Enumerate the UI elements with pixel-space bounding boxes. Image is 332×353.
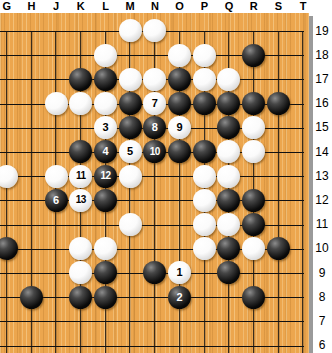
stone-black-P16 bbox=[193, 92, 216, 115]
stone-white-L16 bbox=[94, 92, 117, 115]
stone-black-J12: 6 bbox=[45, 189, 68, 212]
stone-white-P11 bbox=[193, 213, 216, 236]
stone-black-R12 bbox=[242, 189, 265, 212]
column-label-M: M bbox=[121, 0, 139, 12]
stone-move-number: 8 bbox=[152, 122, 158, 133]
stone-white-N16: 7 bbox=[143, 92, 166, 115]
stone-black-K14 bbox=[69, 140, 92, 163]
stone-black-L8 bbox=[94, 286, 117, 309]
stone-black-L13: 12 bbox=[94, 165, 117, 188]
stone-black-Q10 bbox=[217, 237, 240, 260]
stone-black-O17 bbox=[168, 68, 191, 91]
stone-black-R18 bbox=[242, 44, 265, 67]
column-label-K: K bbox=[72, 0, 90, 12]
stone-black-Q15 bbox=[217, 116, 240, 139]
stone-black-K8 bbox=[69, 286, 92, 309]
stone-move-number: 10 bbox=[150, 147, 160, 157]
stone-move-number: 13 bbox=[76, 195, 86, 205]
stone-white-M17 bbox=[119, 68, 142, 91]
column-label-N: N bbox=[146, 0, 164, 12]
stone-black-Q9 bbox=[217, 261, 240, 284]
stone-white-M14: 5 bbox=[119, 140, 142, 163]
stone-black-Q12 bbox=[217, 189, 240, 212]
stone-black-L9 bbox=[94, 261, 117, 284]
stone-move-number: 1 bbox=[176, 267, 182, 278]
stone-black-R16 bbox=[242, 92, 265, 115]
go-diagram: GHJKLMNOPQRST 191817161514131211109876 7… bbox=[0, 0, 332, 353]
stone-white-P13 bbox=[193, 165, 216, 188]
column-label-Q: Q bbox=[220, 0, 238, 12]
stone-black-R11 bbox=[242, 213, 265, 236]
stone-white-P18 bbox=[193, 44, 216, 67]
stone-white-L18 bbox=[94, 44, 117, 67]
stone-move-number: 9 bbox=[176, 122, 182, 133]
stone-white-R14 bbox=[242, 140, 265, 163]
stone-move-number: 12 bbox=[100, 171, 110, 181]
stone-white-J13 bbox=[45, 165, 68, 188]
stone-move-number: 5 bbox=[127, 146, 133, 157]
stone-black-L14: 4 bbox=[94, 140, 117, 163]
stone-white-O15: 9 bbox=[168, 116, 191, 139]
stone-white-R15 bbox=[242, 116, 265, 139]
stone-white-R10 bbox=[242, 237, 265, 260]
stone-move-number: 6 bbox=[53, 195, 59, 206]
stone-black-L17 bbox=[94, 68, 117, 91]
stone-white-Q17 bbox=[217, 68, 240, 91]
stone-black-N15: 8 bbox=[143, 116, 166, 139]
stone-white-P17 bbox=[193, 68, 216, 91]
stone-black-R8 bbox=[242, 286, 265, 309]
stone-white-K9 bbox=[69, 261, 92, 284]
stone-layer: 73894510111261312 bbox=[0, 19, 315, 353]
stone-black-O8: 2 bbox=[168, 286, 191, 309]
stone-white-M19 bbox=[119, 19, 142, 42]
column-label-R: R bbox=[245, 0, 263, 12]
stone-move-number: 4 bbox=[102, 146, 108, 157]
column-label-H: H bbox=[22, 0, 40, 12]
stone-black-N14: 10 bbox=[143, 140, 166, 163]
stone-white-Q11 bbox=[217, 213, 240, 236]
stone-white-K12: 13 bbox=[69, 189, 92, 212]
stone-white-Q14 bbox=[217, 140, 240, 163]
stone-white-M11 bbox=[119, 213, 142, 236]
stone-move-number: 7 bbox=[152, 98, 158, 109]
stone-white-N19 bbox=[143, 19, 166, 42]
stone-black-L12 bbox=[94, 189, 117, 212]
stone-move-number: 2 bbox=[176, 292, 182, 303]
stone-white-L15: 3 bbox=[94, 116, 117, 139]
stone-white-K13: 11 bbox=[69, 165, 92, 188]
column-label-O: O bbox=[171, 0, 189, 12]
stone-white-J16 bbox=[45, 92, 68, 115]
stone-black-M15 bbox=[119, 116, 142, 139]
stone-white-G13 bbox=[0, 165, 18, 188]
stone-black-H8 bbox=[20, 286, 43, 309]
stone-white-P12 bbox=[193, 189, 216, 212]
stone-move-number: 11 bbox=[76, 171, 86, 181]
stone-black-Q16 bbox=[217, 92, 240, 115]
column-label-L: L bbox=[97, 0, 115, 12]
stone-black-N9 bbox=[143, 261, 166, 284]
stone-white-P10 bbox=[193, 237, 216, 260]
column-label-P: P bbox=[195, 0, 213, 12]
stone-black-S16 bbox=[267, 92, 290, 115]
stone-white-O9: 1 bbox=[168, 261, 191, 284]
stone-white-K10 bbox=[69, 237, 92, 260]
stone-white-N17 bbox=[143, 68, 166, 91]
stone-move-number: 3 bbox=[102, 122, 108, 133]
stone-white-Q13 bbox=[217, 165, 240, 188]
stone-white-K16 bbox=[69, 92, 92, 115]
stone-black-P14 bbox=[193, 140, 216, 163]
stone-black-G10 bbox=[0, 237, 18, 260]
column-label-G: G bbox=[0, 0, 16, 12]
stone-white-M13 bbox=[119, 165, 142, 188]
column-label-T: T bbox=[294, 0, 312, 12]
column-label-S: S bbox=[269, 0, 287, 12]
stone-white-L10 bbox=[94, 237, 117, 260]
stone-white-O18 bbox=[168, 44, 191, 67]
stone-black-K17 bbox=[69, 68, 92, 91]
column-label-J: J bbox=[47, 0, 65, 12]
stone-black-O16 bbox=[168, 92, 191, 115]
stone-black-O14 bbox=[168, 140, 191, 163]
stone-black-S10 bbox=[267, 237, 290, 260]
stone-black-M16 bbox=[119, 92, 142, 115]
